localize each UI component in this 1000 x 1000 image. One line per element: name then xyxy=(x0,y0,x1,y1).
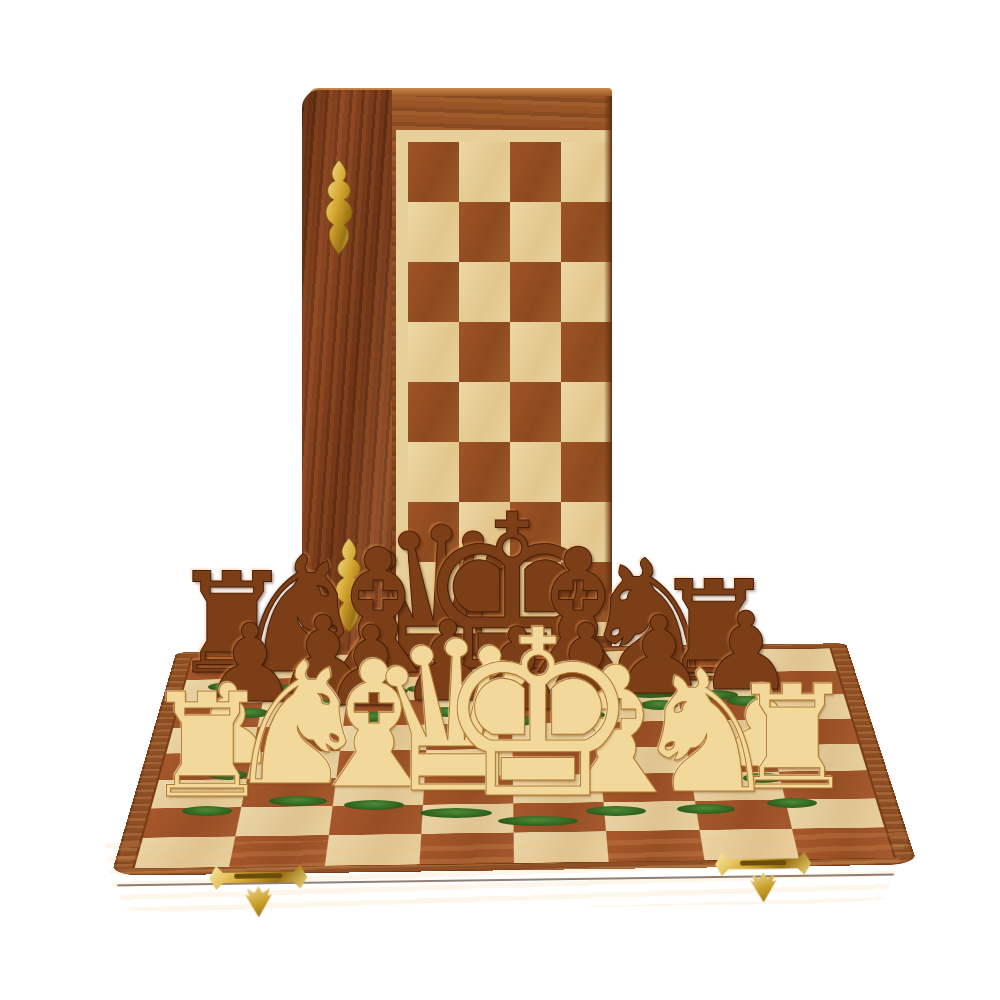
light-rook: ♜ xyxy=(142,674,271,818)
latch-pendant xyxy=(241,886,277,918)
light-king: ♚ xyxy=(434,600,641,831)
product-photo-scene: ♜♟♞♟♝♟♛♟♚♟♝♟♞♟♜♟♟♜♞♝♛♚♝♞♟♜ xyxy=(0,0,1000,1000)
brass-latch-right-icon xyxy=(715,852,812,903)
latch-slot xyxy=(235,873,282,878)
latch-slot xyxy=(740,860,786,865)
latch-pendant xyxy=(746,872,781,902)
brass-latch-left-icon xyxy=(209,865,308,918)
